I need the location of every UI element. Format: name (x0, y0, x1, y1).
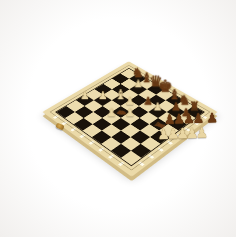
tray-piece-dark-pawn[interactable]: ♟ (192, 112, 204, 125)
piece-dark-pawn-e6[interactable]: ♟ (143, 95, 153, 106)
piece-light-pawn-c7[interactable]: ♟ (133, 79, 142, 89)
product-photo-chess-set: ♞♝♛♚♝♞♜♟♟♟♟♟♝♟♜♟♞♟♟♟ ♟♟♟♟♟ ♟♟♟♟♟ (0, 0, 236, 237)
piece-light-pawn-e4[interactable]: ♟ (125, 107, 135, 118)
tray-piece-dark-pawn[interactable]: ♟ (206, 111, 218, 124)
square-e1[interactable] (92, 131, 111, 144)
piece-light-pawn-d5[interactable]: ♟ (125, 95, 135, 106)
piece-light-pawn-b4[interactable]: ♟ (98, 90, 108, 101)
captured-light-pawns-row: ♟♟♟♟♟ (157, 125, 217, 141)
piece-light-pawn-f6[interactable]: ♟ (153, 101, 163, 112)
captured-dark-pawns-row: ♟♟♟♟♟ (164, 111, 217, 126)
piece-light-pawn-a3[interactable]: ♟ (80, 90, 90, 101)
tray-piece-light-pawn[interactable]: ♟ (195, 125, 208, 139)
square-a2[interactable] (66, 100, 84, 112)
captured-pieces-tray: ♟♟♟♟♟ ♟♟♟♟♟ (164, 111, 217, 141)
piece-light-pawn-d3[interactable]: ♟ (107, 107, 117, 118)
